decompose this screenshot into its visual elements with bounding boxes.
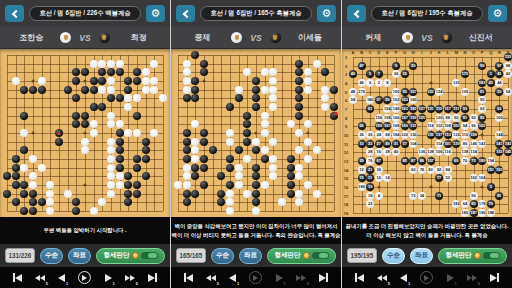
white-stone: 118 xyxy=(427,122,435,130)
black-stone: 153 xyxy=(401,96,409,104)
fan-icon xyxy=(64,35,68,40)
step-forward-icon[interactable]: 1 xyxy=(447,272,454,284)
hoshi-point xyxy=(377,186,380,189)
black-stone: 55 xyxy=(401,88,409,96)
black-stone xyxy=(287,155,295,163)
black-stone xyxy=(72,120,80,128)
white-stone xyxy=(116,181,124,189)
black-stone xyxy=(142,155,150,163)
black-stone xyxy=(124,77,132,85)
black-stone: 65 xyxy=(358,122,366,130)
analysis-toggle[interactable] xyxy=(141,252,158,259)
black-stone xyxy=(226,155,234,163)
black-stone xyxy=(124,86,132,94)
black-stone xyxy=(295,77,303,85)
black-stone xyxy=(209,146,217,154)
white-stone: 126 xyxy=(461,88,469,96)
fan-icon xyxy=(444,35,448,40)
move-order-button[interactable]: 수순 xyxy=(40,248,63,264)
white-stone xyxy=(226,207,234,215)
white-stone xyxy=(226,138,234,146)
black-stone: 155 xyxy=(495,166,503,174)
analysis-label: 형세판단 xyxy=(446,251,472,260)
white-stone: 50 xyxy=(478,96,486,104)
step-back-icon[interactable]: 1 xyxy=(400,272,407,284)
black-stone: 51 xyxy=(478,88,486,96)
white-stone: 184 xyxy=(392,131,400,139)
back-button[interactable] xyxy=(176,5,195,22)
black-stone xyxy=(142,172,150,180)
hoshi-point xyxy=(481,134,484,137)
control-row: 131/226 수순 좌표 형세판단 xyxy=(0,244,170,267)
black-stone: 57 xyxy=(375,96,383,104)
black-stone xyxy=(217,198,225,206)
skip-to-start-icon[interactable] xyxy=(184,272,193,284)
white-stone xyxy=(20,164,28,172)
white-stone xyxy=(313,146,321,154)
black-stone: 113 xyxy=(444,131,452,139)
last-move-marker xyxy=(334,112,338,116)
white-stone xyxy=(90,207,98,215)
white-stone xyxy=(304,77,312,85)
black-stone: 163 xyxy=(401,105,409,113)
white-stone: 52 xyxy=(444,174,452,182)
step-forward-icon[interactable]: 1 xyxy=(276,272,283,284)
black-stone: 135 xyxy=(427,131,435,139)
white-stone: 92 xyxy=(470,114,478,122)
black-stone xyxy=(133,164,141,172)
black-stone: 67 xyxy=(375,157,383,165)
black-stone xyxy=(200,164,208,172)
white-stone xyxy=(252,207,260,215)
gold-coin-icon xyxy=(132,252,139,259)
black-stone xyxy=(252,164,260,172)
black-stone xyxy=(330,103,338,111)
players-bar: 조한승 VS 최정 xyxy=(0,27,170,49)
gold-coin-icon xyxy=(303,252,310,259)
settings-button[interactable]: ⚙ xyxy=(146,5,165,22)
white-stone xyxy=(116,120,124,128)
go-board[interactable] xyxy=(0,49,170,217)
rewind-5-icon[interactable]: 5 xyxy=(35,272,45,284)
black-stone xyxy=(252,77,260,85)
white-stone xyxy=(29,155,37,163)
fan-icon xyxy=(102,35,106,40)
white-stone: 14 xyxy=(383,174,391,182)
coordinates-button[interactable]: 좌표 xyxy=(410,248,433,264)
black-stone: 189 xyxy=(478,157,486,165)
black-stone xyxy=(90,86,98,94)
hoshi-point xyxy=(84,80,87,83)
black-stone xyxy=(252,94,260,102)
white-stone: 116 xyxy=(444,148,452,156)
white-stone xyxy=(38,77,46,85)
commentary-bar: 백이 중앙을 삭감해보려고 했지만 이미 집차이가 너무 많이 벌어져서 백이 … xyxy=(171,217,341,244)
black-stone: 97 xyxy=(495,62,503,70)
forward-5-icon[interactable]: 5 xyxy=(125,272,135,284)
black-stone xyxy=(243,120,251,128)
white-stone xyxy=(304,155,312,163)
black-stone: 73 xyxy=(470,157,478,165)
black-stone: 39 xyxy=(409,62,417,70)
fan-icon xyxy=(406,35,410,40)
black-stone: 99 xyxy=(478,62,486,70)
black-stone: 129 xyxy=(409,114,417,122)
coordinates-button[interactable]: 좌표 xyxy=(239,248,262,264)
black-stone: 77 xyxy=(435,174,443,182)
black-stone: 127 xyxy=(418,105,426,113)
black-stone xyxy=(191,77,199,85)
black-stone: 141 xyxy=(495,140,503,148)
black-stone: 105 xyxy=(478,122,486,130)
white-stone: 6 xyxy=(366,79,374,87)
black-stone xyxy=(98,77,106,85)
hoshi-point xyxy=(84,132,87,135)
black-stone xyxy=(38,198,46,206)
black-stone: 79 xyxy=(487,200,495,208)
black-stone xyxy=(116,146,124,154)
white-stone xyxy=(150,129,158,137)
white-stone: 132 xyxy=(452,131,460,139)
black-stone xyxy=(72,77,80,85)
black-stone: 71 xyxy=(435,192,443,200)
black-stone: 23 xyxy=(366,140,374,148)
white-stone: 78 xyxy=(418,166,426,174)
black-stone: 69 xyxy=(452,157,460,165)
white-stone: 150 xyxy=(392,88,400,96)
analysis-toggle[interactable] xyxy=(483,252,500,259)
black-stone xyxy=(183,155,191,163)
black-stone: 103 xyxy=(452,122,460,130)
step-back-icon[interactable]: 1 xyxy=(229,272,236,284)
play-icon[interactable] xyxy=(78,272,91,284)
vs-label: VS xyxy=(421,33,432,43)
white-stone: 90 xyxy=(452,114,460,122)
white-stone xyxy=(107,60,115,68)
white-stone xyxy=(107,77,115,85)
hoshi-point xyxy=(429,186,432,189)
settings-button[interactable]: ⚙ xyxy=(317,5,336,22)
white-stone-badge xyxy=(60,32,71,43)
white-stone xyxy=(261,112,269,120)
black-stone: 63 xyxy=(495,105,503,113)
black-stone: 119 xyxy=(435,105,443,113)
black-stone xyxy=(217,190,225,198)
gear-icon: ⚙ xyxy=(151,8,161,19)
settings-button[interactable]: ⚙ xyxy=(488,5,507,22)
black-stone: 47 xyxy=(358,62,366,70)
white-stone: 154 xyxy=(383,105,391,113)
white-stone xyxy=(295,198,303,206)
app-screen: 호선 / 덤 6집반 / 226수 백불계승 ⚙ 조한승 VS 최정 우변 백돌… xyxy=(0,0,512,288)
black-stone xyxy=(200,181,208,189)
black-stone-badge xyxy=(270,32,281,43)
white-stone xyxy=(64,190,72,198)
white-stone xyxy=(269,172,277,180)
black-stone xyxy=(116,68,124,76)
white-stone xyxy=(261,120,269,128)
grid-line xyxy=(282,55,283,211)
forward-5-icon[interactable]: 5 xyxy=(296,272,306,284)
black-stone xyxy=(3,172,11,180)
white-stone xyxy=(183,86,191,94)
white-stone: 180 xyxy=(366,96,374,104)
white-stone xyxy=(321,86,329,94)
black-stone: 1 xyxy=(487,70,495,78)
white-stone xyxy=(98,86,106,94)
black-stone: 161 xyxy=(383,122,391,130)
column-label: A xyxy=(352,50,355,55)
white-stone xyxy=(304,120,312,128)
black-stone: 131 xyxy=(409,122,417,130)
white-stone: 94 xyxy=(461,122,469,130)
column-label: I xyxy=(421,50,422,55)
white-stone xyxy=(183,77,191,85)
white-stone xyxy=(269,155,277,163)
row-label: 12 xyxy=(344,150,348,155)
gold-coin-icon xyxy=(474,252,481,259)
white-stone: 190 xyxy=(478,209,486,217)
black-stone xyxy=(191,190,199,198)
black-stone: 43 xyxy=(487,79,495,87)
white-stone xyxy=(269,68,277,76)
white-stone: 36 xyxy=(392,70,400,78)
column-label: F xyxy=(395,50,397,55)
black-stone xyxy=(12,155,20,163)
white-stone xyxy=(278,198,286,206)
grid-line xyxy=(334,55,335,211)
black-stone xyxy=(191,51,199,59)
black-stone: 89 xyxy=(418,157,426,165)
white-stone xyxy=(261,68,269,76)
black-stone xyxy=(183,190,191,198)
row-label: 14 xyxy=(344,167,348,172)
black-stone xyxy=(191,86,199,94)
column-label: H xyxy=(412,50,415,55)
white-stone xyxy=(174,181,182,189)
black-stone xyxy=(133,181,141,189)
white-stone: 56 xyxy=(470,192,478,200)
white-stone xyxy=(150,77,158,85)
black-stone: 165 xyxy=(409,105,417,113)
move-order-button[interactable]: 수순 xyxy=(382,248,405,264)
black-stone: 81 xyxy=(495,192,503,200)
white-stone: 40 xyxy=(392,148,400,156)
black-stone xyxy=(20,146,28,154)
grid-line xyxy=(163,55,164,211)
commentary-bar: 끝내기를 조금 더 진행해보았지만 승패가 바뀔만한 곳은 없었습니다. 더 이… xyxy=(342,217,512,244)
skip-to-end-icon[interactable] xyxy=(148,272,157,284)
black-stone: 59 xyxy=(383,96,391,104)
white-stone xyxy=(183,60,191,68)
analysis-toggle[interactable] xyxy=(312,252,329,259)
grid-line xyxy=(508,57,509,213)
analysis-label: 형세판단 xyxy=(275,251,301,260)
black-stone: 157 xyxy=(409,88,417,96)
step-forward-icon[interactable]: 1 xyxy=(105,272,112,284)
black-stone xyxy=(72,112,80,120)
go-board[interactable]: ABCDEFGHIJKLMNOPQRS123456789101112131415… xyxy=(342,49,512,217)
coordinates-button[interactable]: 좌표 xyxy=(68,248,91,264)
white-stone: 72 xyxy=(409,192,417,200)
black-stone: 137 xyxy=(435,131,443,139)
black-stone xyxy=(287,164,295,172)
black-stone: 159 xyxy=(375,122,383,130)
hoshi-point xyxy=(203,80,206,83)
skip-to-start-icon[interactable] xyxy=(355,272,364,284)
black-stone xyxy=(133,190,141,198)
black-stone xyxy=(3,190,11,198)
black-stone: 7 xyxy=(375,70,383,78)
black-stone: 27 xyxy=(375,140,383,148)
left-player-name: 쿵제 xyxy=(181,32,223,43)
skip-to-start-icon[interactable] xyxy=(13,272,22,284)
white-stone: 194 xyxy=(487,157,495,165)
move-order-button[interactable]: 수순 xyxy=(211,248,234,264)
column-label: C xyxy=(369,50,372,55)
black-stone xyxy=(20,190,28,198)
players-bar: 커제 VS 신진서 xyxy=(342,27,512,49)
white-stone: 106 xyxy=(435,148,443,156)
rewind-5-icon[interactable]: 5 xyxy=(206,272,216,284)
black-stone: 45 xyxy=(349,70,357,78)
playback-bar: 5115 xyxy=(0,267,170,288)
white-stone xyxy=(133,129,141,137)
black-stone xyxy=(124,190,132,198)
white-stone: 142 xyxy=(478,140,486,148)
control-row: 195/195 수순 좌표 형세판단 xyxy=(342,244,512,267)
black-stone xyxy=(191,164,199,172)
black-stone xyxy=(200,60,208,68)
black-stone: 187 xyxy=(470,209,478,217)
white-stone xyxy=(191,138,199,146)
black-stone xyxy=(183,198,191,206)
white-stone: 170 xyxy=(358,88,366,96)
black-stone: 95 xyxy=(478,114,486,122)
black-stone: 19 xyxy=(366,183,374,191)
black-stone xyxy=(116,129,124,137)
white-stone: 4 xyxy=(375,192,383,200)
skip-to-end-icon[interactable] xyxy=(319,272,328,284)
white-stone xyxy=(313,190,321,198)
back-chevron-icon xyxy=(182,9,190,17)
white-stone: 54 xyxy=(504,88,512,96)
white-stone: 84 xyxy=(444,166,452,174)
white-stone xyxy=(142,68,150,76)
black-stone: 175 xyxy=(461,70,469,78)
white-stone: 120 xyxy=(435,114,443,122)
white-stone xyxy=(107,155,115,163)
black-stone xyxy=(124,172,132,180)
white-stone: 164 xyxy=(478,174,486,182)
left-player-name: 조한승 xyxy=(10,32,52,43)
go-board[interactable] xyxy=(171,49,341,217)
back-button[interactable] xyxy=(5,5,24,22)
white-stone: 138 xyxy=(461,148,469,156)
game-info-title: 호선 / 덤 6집반 / 226수 백불계승 xyxy=(29,6,141,21)
white-stone xyxy=(142,86,150,94)
gear-icon: ⚙ xyxy=(322,8,332,19)
position-analysis-button[interactable]: 형세판단 xyxy=(96,248,165,264)
black-stone: 109 xyxy=(470,131,478,139)
black-stone xyxy=(116,164,124,172)
row-label: 19 xyxy=(344,211,348,216)
skip-to-end-icon[interactable] xyxy=(490,272,499,284)
white-stone: 60 xyxy=(409,166,417,174)
play-icon[interactable] xyxy=(249,272,262,284)
white-stone xyxy=(124,94,132,102)
black-stone xyxy=(183,129,191,137)
column-label: J xyxy=(429,50,431,55)
column-label: E xyxy=(386,50,389,55)
row-label: 4 xyxy=(345,81,347,86)
black-stone xyxy=(133,77,141,85)
black-stone xyxy=(226,103,234,111)
last-move-marker xyxy=(57,131,61,135)
white-stone: 28 xyxy=(366,148,374,156)
white-stone: 58 xyxy=(349,96,357,104)
black-stone xyxy=(98,68,106,76)
white-stone: 156 xyxy=(375,114,383,122)
white-stone xyxy=(235,172,243,180)
white-stone: 86 xyxy=(461,140,469,148)
position-analysis-button[interactable]: 형세판단 xyxy=(438,248,507,264)
black-stone: 49 xyxy=(383,140,391,148)
black-stone xyxy=(200,68,208,76)
white-stone xyxy=(107,172,115,180)
white-stone-badge xyxy=(402,32,413,43)
black-stone xyxy=(191,94,199,102)
white-stone xyxy=(150,86,158,94)
hoshi-point xyxy=(481,186,484,189)
hoshi-point xyxy=(32,80,35,83)
back-chevron-icon xyxy=(353,9,361,17)
step-back-icon[interactable]: 1 xyxy=(58,272,65,284)
white-stone xyxy=(98,60,106,68)
white-stone: 76 xyxy=(366,157,374,165)
black-stone xyxy=(295,86,303,94)
move-counter: 131/226 xyxy=(5,248,35,263)
play-icon[interactable] xyxy=(420,272,433,284)
white-stone: 42 xyxy=(504,70,512,78)
white-stone xyxy=(116,60,124,68)
white-stone xyxy=(46,190,54,198)
row-label: 3 xyxy=(345,72,347,77)
rewind-5-icon[interactable]: 5 xyxy=(377,272,387,284)
white-stone xyxy=(261,146,269,154)
position-analysis-button[interactable]: 형세판단 xyxy=(267,248,336,264)
black-stone xyxy=(38,86,46,94)
black-stone xyxy=(183,138,191,146)
column-label: D xyxy=(377,50,380,55)
black-stone xyxy=(64,86,72,94)
black-stone xyxy=(295,60,303,68)
white-stone xyxy=(29,172,37,180)
white-stone: 30 xyxy=(375,166,383,174)
black-stone xyxy=(124,198,132,206)
forward-5-icon[interactable]: 5 xyxy=(467,272,477,284)
black-stone xyxy=(12,164,20,172)
white-stone xyxy=(252,138,260,146)
grid-line xyxy=(317,55,318,211)
black-stone xyxy=(20,207,28,215)
playback-bar: 5115 xyxy=(342,267,512,288)
white-stone: 104 xyxy=(409,140,417,148)
white-stone: 34 xyxy=(418,192,426,200)
back-button[interactable] xyxy=(347,5,366,22)
grid-line xyxy=(325,55,326,211)
white-stone: 62 xyxy=(478,105,486,113)
